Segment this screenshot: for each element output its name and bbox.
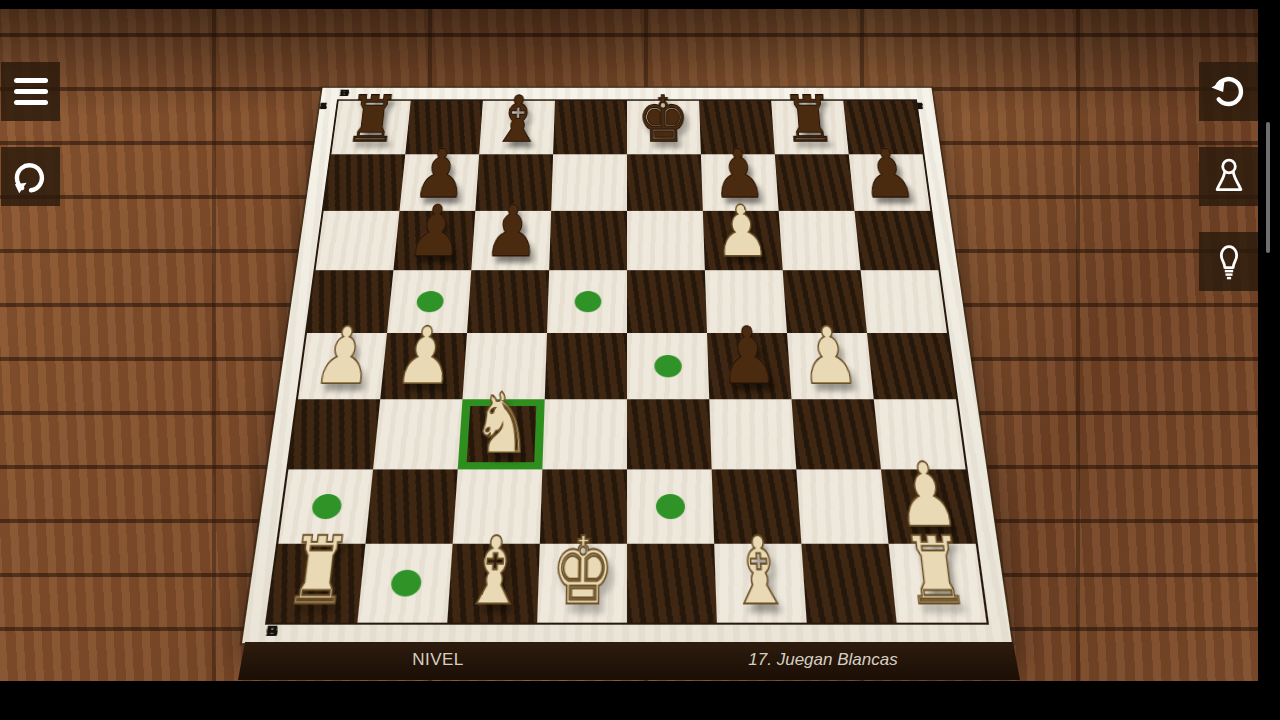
undo-button[interactable] <box>1199 62 1258 121</box>
square-d6[interactable] <box>549 211 627 270</box>
pawn-outline-icon <box>1208 156 1250 198</box>
square-g6[interactable] <box>779 211 861 270</box>
black-rook-a8[interactable]: ♜ <box>342 88 402 152</box>
square-h5[interactable] <box>861 270 947 333</box>
square-e8[interactable]: ♚ <box>627 101 701 155</box>
square-b2[interactable] <box>365 469 457 543</box>
menu-button[interactable] <box>1 62 60 121</box>
status-bar: NIVEL PRINCIPIANTE 17. Juegan Blancas <box>238 642 1020 680</box>
rotate-arrow-icon <box>9 155 53 199</box>
hamburger-icon <box>14 78 48 105</box>
square-a8[interactable]: ♜ <box>331 101 410 155</box>
legal-move-dot-b1[interactable] <box>390 570 422 597</box>
bottom-letterbox-bar <box>0 681 1280 720</box>
square-d3[interactable] <box>542 399 627 469</box>
square-b6[interactable]: ♟ <box>393 211 475 270</box>
square-d1[interactable]: ♚ <box>537 544 627 623</box>
black-pawn-h7[interactable]: ♟ <box>858 141 920 208</box>
square-e2[interactable] <box>627 469 714 543</box>
square-e6[interactable] <box>627 211 705 270</box>
square-g1[interactable] <box>801 544 896 623</box>
square-h6[interactable] <box>855 211 939 270</box>
square-c3[interactable]: ♞ <box>458 399 545 469</box>
square-d5[interactable] <box>547 270 627 333</box>
square-e4[interactable] <box>627 333 709 399</box>
black-king-e8[interactable]: ♚ <box>637 88 690 152</box>
coordinate-label-H: H <box>339 88 349 98</box>
square-g4[interactable]: ♟ <box>787 333 874 399</box>
square-a4[interactable]: ♟ <box>298 333 387 399</box>
square-h4[interactable] <box>867 333 956 399</box>
white-king-d1[interactable]: ♚ <box>550 525 615 619</box>
square-f4[interactable]: ♟ <box>707 333 792 399</box>
square-g8[interactable]: ♜ <box>771 101 849 155</box>
square-a3[interactable] <box>288 399 380 469</box>
square-c6[interactable]: ♟ <box>471 211 551 270</box>
hint-button[interactable] <box>1199 232 1258 291</box>
white-pawn-f6[interactable]: ♟ <box>713 196 772 267</box>
square-g7[interactable] <box>775 154 855 210</box>
player-mode-button[interactable] <box>1199 147 1258 206</box>
legal-move-dot-a2[interactable] <box>311 494 343 519</box>
square-c1[interactable]: ♝ <box>447 544 540 623</box>
black-pawn-f4[interactable]: ♟ <box>718 317 780 396</box>
level-label: NIVEL PRINCIPIANTE <box>348 642 528 678</box>
square-e1[interactable] <box>627 544 717 623</box>
black-pawn-c6[interactable]: ♟ <box>482 196 541 267</box>
square-a6[interactable] <box>316 211 400 270</box>
coordinate-label-H: H <box>265 623 279 639</box>
square-e3[interactable] <box>627 399 712 469</box>
white-pawn-g4[interactable]: ♟ <box>797 317 862 396</box>
square-f3[interactable] <box>709 399 796 469</box>
white-rook-a1[interactable]: ♜ <box>281 525 355 619</box>
white-bishop-f1[interactable]: ♝ <box>726 525 794 619</box>
square-d8[interactable] <box>553 101 627 155</box>
legal-move-dot-e2[interactable] <box>656 494 685 519</box>
coordinate-label-1: 1 <box>319 101 328 112</box>
white-knight-c3[interactable]: ♞ <box>470 382 534 465</box>
square-f6[interactable]: ♟ <box>703 211 783 270</box>
legal-move-dot-b5[interactable] <box>416 291 444 312</box>
square-e7[interactable] <box>627 154 703 210</box>
black-rook-g8[interactable]: ♜ <box>780 88 838 152</box>
scroll-indicator <box>1266 122 1270 253</box>
board-frame: ABCDEFGH 87654321 87654321 ABCDEFGH ♜♝♚♜… <box>242 88 1012 643</box>
legal-move-dot-d5[interactable] <box>574 291 601 312</box>
square-c8[interactable]: ♝ <box>479 101 555 155</box>
square-e5[interactable] <box>627 270 707 333</box>
chess-board: ABCDEFGH 87654321 87654321 ABCDEFGH ♜♝♚♜… <box>242 88 1012 643</box>
square-h1[interactable]: ♜ <box>889 544 987 623</box>
app-screen: ABCDEFGH 87654321 87654321 ABCDEFGH ♜♝♚♜… <box>0 0 1280 720</box>
top-letterbox-bar <box>0 0 1280 9</box>
white-pawn-a4[interactable]: ♟ <box>310 317 377 396</box>
square-d7[interactable] <box>551 154 627 210</box>
lightbulb-icon <box>1208 241 1250 283</box>
move-indicator: 17. Juegan Blancas <box>738 642 908 678</box>
legal-move-dot-e4[interactable] <box>654 355 682 377</box>
black-bishop-c8[interactable]: ♝ <box>490 88 545 152</box>
square-g2[interactable] <box>796 469 888 543</box>
square-a7[interactable] <box>324 154 406 210</box>
square-h7[interactable]: ♟ <box>849 154 931 210</box>
white-rook-h1[interactable]: ♜ <box>899 525 973 619</box>
square-g3[interactable] <box>792 399 881 469</box>
black-pawn-b6[interactable]: ♟ <box>405 196 466 267</box>
board-grid: ♜♝♚♜♟♟♟♟♟♟♟♟♟♟♞♟♜♝♚♝♜ <box>268 101 987 623</box>
undo-arrow-icon <box>1207 70 1251 114</box>
square-c5[interactable] <box>467 270 549 333</box>
square-b3[interactable] <box>373 399 462 469</box>
white-bishop-c1[interactable]: ♝ <box>460 525 528 619</box>
square-b1[interactable] <box>357 544 452 623</box>
right-letterbox-bar <box>1258 0 1280 720</box>
square-f1[interactable]: ♝ <box>714 544 807 623</box>
rotate-board-button[interactable] <box>1 147 60 206</box>
square-a1[interactable]: ♜ <box>268 544 366 623</box>
square-b4[interactable]: ♟ <box>380 333 467 399</box>
file-labels-bottom: ABCDEFGH <box>265 623 990 643</box>
white-pawn-b4[interactable]: ♟ <box>392 317 457 396</box>
square-d4[interactable] <box>545 333 627 399</box>
